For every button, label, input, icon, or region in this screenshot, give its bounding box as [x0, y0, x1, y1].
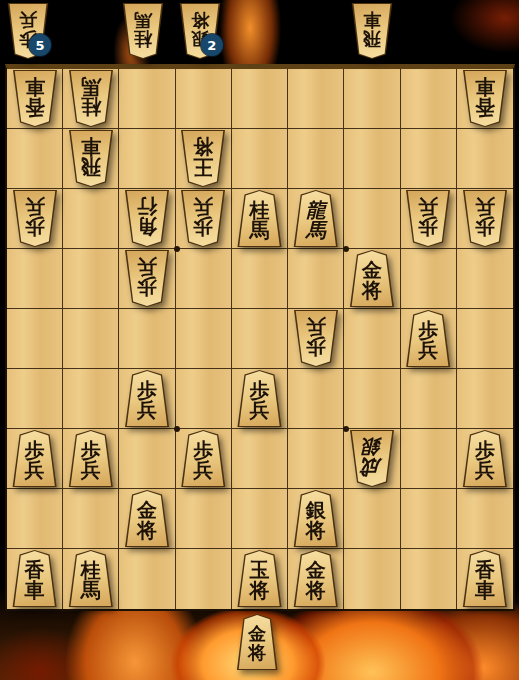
piece-kanji: 歩兵 [24, 197, 45, 238]
piece-kanji: 歩兵 [193, 440, 214, 481]
piece-sente-歩兵[interactable]: 歩兵 [10, 430, 60, 487]
square-7c[interactable]: 角行 [119, 189, 175, 249]
square-1e[interactable] [457, 309, 513, 369]
square-6a[interactable] [176, 69, 232, 129]
piece-sente-金将[interactable]: 金将 [234, 614, 280, 670]
piece-kanji: 歩兵 [474, 440, 495, 481]
piece-kanji: 金将 [305, 560, 326, 601]
square-3h[interactable] [344, 489, 400, 549]
square-4a[interactable] [288, 69, 344, 129]
square-2h[interactable] [401, 489, 457, 549]
piece-sente-香車[interactable]: 香車 [10, 550, 60, 607]
square-3a[interactable] [344, 69, 400, 129]
piece-kanji: 香車 [24, 77, 45, 118]
piece-sente-桂馬[interactable]: 桂馬 [66, 550, 116, 607]
piece-kanji: 香車 [474, 560, 495, 601]
star-point [174, 426, 180, 432]
piece-kanji: 歩兵 [418, 320, 439, 361]
square-1h[interactable] [457, 489, 513, 549]
square-1g[interactable]: 歩兵 [457, 429, 513, 489]
piece-gote-歩兵[interactable]: 歩兵 [178, 190, 228, 247]
piece-gote-香車[interactable]: 香車 [460, 70, 510, 127]
piece-kanji: 桂馬 [80, 560, 101, 601]
square-6c[interactable]: 歩兵 [176, 189, 232, 249]
square-7a[interactable] [119, 69, 175, 129]
piece-sente-銀将[interactable]: 銀将 [291, 490, 341, 547]
square-1f[interactable] [457, 369, 513, 429]
square-8h[interactable] [63, 489, 119, 549]
piece-kanji: 歩兵 [418, 197, 439, 238]
square-6b[interactable]: 王将 [176, 129, 232, 189]
square-5b[interactable] [232, 129, 288, 189]
square-6d[interactable] [176, 249, 232, 309]
star-point [343, 426, 349, 432]
square-3g[interactable]: 成銀 [344, 429, 400, 489]
square-4c[interactable]: 龍馬 [288, 189, 344, 249]
square-2c[interactable]: 歩兵 [401, 189, 457, 249]
gote-hand-飛車[interactable]: 飛車 [349, 3, 395, 60]
square-6h[interactable] [176, 489, 232, 549]
square-6i[interactable] [176, 549, 232, 609]
hand-count-badge: 2 [201, 34, 223, 56]
square-5f[interactable]: 歩兵 [232, 369, 288, 429]
piece-kanji: 金将 [248, 625, 267, 662]
square-8c[interactable] [63, 189, 119, 249]
piece-kanji: 飛車 [362, 11, 381, 48]
square-5g[interactable] [232, 429, 288, 489]
square-5c[interactable]: 桂馬 [232, 189, 288, 249]
piece-kanji: 桂馬 [133, 11, 152, 48]
square-2f[interactable] [401, 369, 457, 429]
star-point [174, 246, 180, 252]
gote-hand-歩兵[interactable]: 歩兵5 [5, 3, 51, 60]
square-3e[interactable] [344, 309, 400, 369]
piece-sente-歩兵[interactable]: 歩兵 [403, 310, 453, 367]
square-3b[interactable] [344, 129, 400, 189]
piece-sente-歩兵[interactable]: 歩兵 [234, 370, 284, 427]
square-4g[interactable] [288, 429, 344, 489]
piece-sente-玉将[interactable]: 玉将 [234, 550, 284, 607]
square-3i[interactable] [344, 549, 400, 609]
star-point [343, 246, 349, 252]
piece-sente-金将[interactable]: 金将 [122, 490, 172, 547]
square-4d[interactable] [288, 249, 344, 309]
square-5h[interactable] [232, 489, 288, 549]
square-9g[interactable]: 歩兵 [7, 429, 63, 489]
piece-kanji: 銀将 [305, 500, 326, 541]
square-6g[interactable]: 歩兵 [176, 429, 232, 489]
piece-gote-飛車[interactable]: 飛車 [66, 130, 116, 187]
square-6e[interactable] [176, 309, 232, 369]
piece-kanji: 桂馬 [249, 200, 270, 241]
square-2a[interactable] [401, 69, 457, 129]
square-9h[interactable] [7, 489, 63, 549]
square-1a[interactable]: 香車 [457, 69, 513, 129]
piece-sente-香車[interactable]: 香車 [460, 550, 510, 607]
piece-sente-歩兵[interactable]: 歩兵 [122, 370, 172, 427]
square-3d[interactable]: 金将 [344, 249, 400, 309]
square-1c[interactable]: 歩兵 [457, 189, 513, 249]
square-9f[interactable] [7, 369, 63, 429]
piece-kanji: 金将 [361, 260, 382, 301]
square-5a[interactable] [232, 69, 288, 129]
piece-gote-歩兵[interactable]: 歩兵 [460, 190, 510, 247]
square-5i[interactable]: 玉将 [232, 549, 288, 609]
square-8f[interactable] [63, 369, 119, 429]
piece-kanji: 飛車 [80, 137, 101, 178]
piece-kanji: 香車 [24, 560, 45, 601]
square-7i[interactable] [119, 549, 175, 609]
piece-gote-桂馬[interactable]: 桂馬 [120, 3, 166, 59]
piece-gote-桂馬[interactable]: 桂馬 [66, 70, 116, 127]
square-9d[interactable] [7, 249, 63, 309]
piece-gote-歩兵[interactable]: 歩兵 [291, 310, 341, 367]
piece-sente-歩兵[interactable]: 歩兵 [460, 430, 510, 487]
piece-kanji: 歩兵 [305, 317, 326, 358]
piece-kanji: 香車 [474, 77, 495, 118]
piece-kanji: 金将 [136, 500, 157, 541]
square-8d[interactable] [63, 249, 119, 309]
square-7f[interactable]: 歩兵 [119, 369, 175, 429]
square-2d[interactable] [401, 249, 457, 309]
shogi-board: 香車桂馬香車飛車王将歩兵角行歩兵桂馬龍馬歩兵歩兵歩兵金将歩兵歩兵歩兵歩兵歩兵歩兵… [5, 64, 515, 611]
hand-count-badge: 5 [29, 34, 51, 56]
piece-kanji: 王将 [193, 137, 214, 178]
square-1d[interactable] [457, 249, 513, 309]
square-2b[interactable] [401, 129, 457, 189]
square-1i[interactable]: 香車 [457, 549, 513, 609]
piece-sente-歩兵[interactable]: 歩兵 [178, 430, 228, 487]
sente-hand-tray: 金将 [0, 612, 519, 680]
square-4i[interactable]: 金将 [288, 549, 344, 609]
square-3c[interactable] [344, 189, 400, 249]
piece-sente-龍馬[interactable]: 龍馬 [291, 190, 341, 247]
piece-gote-歩兵[interactable]: 歩兵 [122, 250, 172, 307]
piece-gote-王将[interactable]: 王将 [178, 130, 228, 187]
square-1b[interactable] [457, 129, 513, 189]
square-4b[interactable] [288, 129, 344, 189]
square-2g[interactable] [401, 429, 457, 489]
square-9e[interactable] [7, 309, 63, 369]
square-7h[interactable]: 金将 [119, 489, 175, 549]
piece-kanji: 歩兵 [24, 440, 45, 481]
piece-kanji: 角行 [136, 197, 157, 238]
gote-hand-銀将[interactable]: 銀将2 [177, 3, 223, 60]
square-8a[interactable]: 桂馬 [63, 69, 119, 129]
piece-kanji: 歩兵 [193, 197, 214, 238]
piece-kanji: 歩兵 [474, 197, 495, 238]
gote-hand-桂馬[interactable]: 桂馬 [120, 3, 166, 60]
square-9b[interactable] [7, 129, 63, 189]
square-4e[interactable]: 歩兵 [288, 309, 344, 369]
square-6f[interactable] [176, 369, 232, 429]
sente-hand-金将[interactable]: 金将 [234, 614, 280, 671]
square-9i[interactable]: 香車 [7, 549, 63, 609]
square-7g[interactable] [119, 429, 175, 489]
piece-sente-金将[interactable]: 金将 [291, 550, 341, 607]
square-8b[interactable]: 飛車 [63, 129, 119, 189]
square-3f[interactable] [344, 369, 400, 429]
square-2e[interactable]: 歩兵 [401, 309, 457, 369]
square-7d[interactable]: 歩兵 [119, 249, 175, 309]
piece-kanji: 歩兵 [249, 380, 270, 421]
shogi-app: 歩兵5桂馬銀将2飛車 香車桂馬香車飛車王将歩兵角行歩兵桂馬龍馬歩兵歩兵歩兵金将歩… [0, 0, 519, 680]
piece-gote-歩兵[interactable]: 歩兵 [403, 190, 453, 247]
piece-gote-香車[interactable]: 香車 [10, 70, 60, 127]
piece-sente-桂馬[interactable]: 桂馬 [234, 190, 284, 247]
piece-gote-成銀[interactable]: 成銀 [347, 430, 397, 487]
piece-gote-歩兵[interactable]: 歩兵 [10, 190, 60, 247]
piece-kanji: 龍馬 [305, 200, 326, 241]
piece-kanji: 成銀 [361, 437, 382, 478]
square-8i[interactable]: 桂馬 [63, 549, 119, 609]
square-5d[interactable] [232, 249, 288, 309]
piece-kanji: 歩兵 [136, 257, 157, 298]
square-4f[interactable] [288, 369, 344, 429]
square-4h[interactable]: 銀将 [288, 489, 344, 549]
piece-gote-飛車[interactable]: 飛車 [349, 3, 395, 59]
piece-kanji: 歩兵 [80, 440, 101, 481]
piece-sente-金将[interactable]: 金将 [347, 250, 397, 307]
square-5e[interactable] [232, 309, 288, 369]
square-8g[interactable]: 歩兵 [63, 429, 119, 489]
piece-kanji: 桂馬 [80, 77, 101, 118]
square-9c[interactable]: 歩兵 [7, 189, 63, 249]
square-7b[interactable] [119, 129, 175, 189]
gote-hand-tray: 歩兵5桂馬銀将2飛車 [0, 0, 519, 62]
square-8e[interactable] [63, 309, 119, 369]
piece-gote-角行[interactable]: 角行 [122, 190, 172, 247]
piece-kanji: 玉将 [249, 560, 270, 601]
piece-kanji: 歩兵 [136, 380, 157, 421]
square-7e[interactable] [119, 309, 175, 369]
square-9a[interactable]: 香車 [7, 69, 63, 129]
square-2i[interactable] [401, 549, 457, 609]
piece-sente-歩兵[interactable]: 歩兵 [66, 430, 116, 487]
